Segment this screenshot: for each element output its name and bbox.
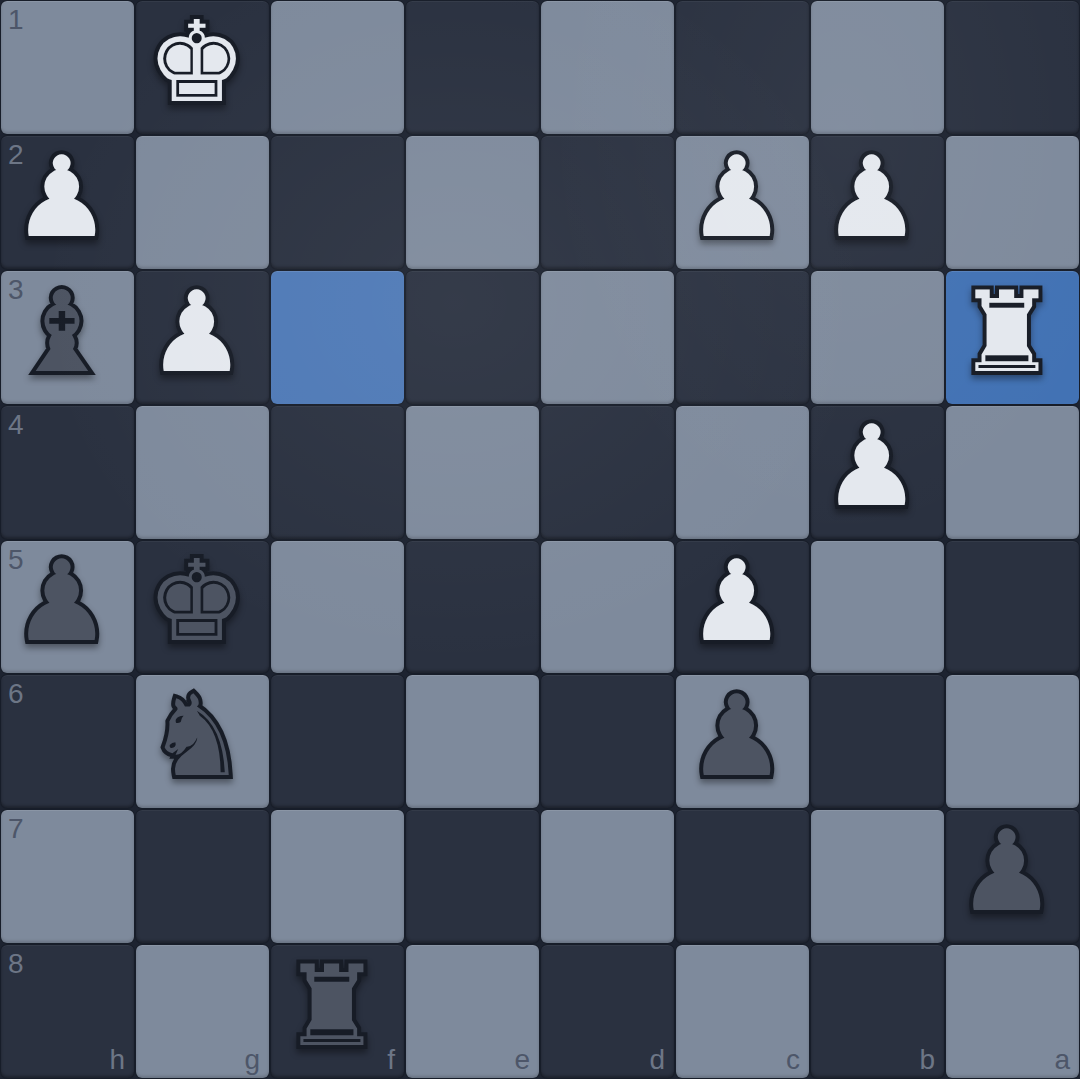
rank-label-7: 7 (8, 815, 24, 843)
square-f4[interactable] (270, 405, 405, 540)
square-h1[interactable]: 1 (0, 0, 135, 135)
square-g8[interactable]: g (135, 944, 270, 1079)
white-pawn-icon (822, 141, 934, 264)
white-pawn-icon (822, 410, 934, 533)
square-b4[interactable] (810, 405, 945, 540)
square-b2[interactable] (810, 135, 945, 270)
square-f7[interactable] (270, 809, 405, 944)
square-c7[interactable] (675, 809, 810, 944)
black-pawn-icon (957, 815, 1069, 938)
piece-white-pawn[interactable] (676, 541, 809, 674)
square-e6[interactable] (405, 674, 540, 809)
square-d7[interactable] (540, 809, 675, 944)
piece-white-pawn[interactable] (136, 271, 269, 404)
piece-black-pawn[interactable] (676, 675, 809, 808)
piece-white-pawn[interactable] (811, 406, 944, 539)
square-f3[interactable] (270, 270, 405, 405)
square-d8[interactable]: d (540, 944, 675, 1079)
square-g5[interactable] (135, 540, 270, 675)
black-pawn-icon (687, 680, 799, 803)
square-e4[interactable] (405, 405, 540, 540)
square-e8[interactable]: e (405, 944, 540, 1079)
file-label-a: a (1054, 1046, 1070, 1074)
square-b7[interactable] (810, 809, 945, 944)
white-rook-icon (957, 276, 1069, 399)
square-a2[interactable] (945, 135, 1080, 270)
rank-label-8: 8 (8, 950, 24, 978)
square-h4[interactable]: 4 (0, 405, 135, 540)
rank-label-6: 6 (8, 680, 24, 708)
black-pawn-icon (12, 545, 124, 668)
square-f1[interactable] (270, 0, 405, 135)
piece-white-pawn[interactable] (676, 136, 809, 269)
square-a5[interactable] (945, 540, 1080, 675)
square-f2[interactable] (270, 135, 405, 270)
file-label-e: e (514, 1046, 530, 1074)
square-g3[interactable] (135, 270, 270, 405)
square-d6[interactable] (540, 674, 675, 809)
piece-white-rook[interactable] (946, 271, 1079, 404)
square-c1[interactable] (675, 0, 810, 135)
square-e1[interactable] (405, 0, 540, 135)
square-c2[interactable] (675, 135, 810, 270)
square-a1[interactable] (945, 0, 1080, 135)
square-c8[interactable]: c (675, 944, 810, 1079)
square-g7[interactable] (135, 809, 270, 944)
square-d3[interactable] (540, 270, 675, 405)
piece-black-pawn[interactable] (1, 541, 134, 674)
black-bishop-icon (12, 276, 124, 399)
piece-white-pawn[interactable] (811, 136, 944, 269)
square-h6[interactable]: 6 (0, 674, 135, 809)
square-c6[interactable] (675, 674, 810, 809)
square-a7[interactable] (945, 809, 1080, 944)
piece-black-knight[interactable] (136, 675, 269, 808)
square-h3[interactable]: 3 (0, 270, 135, 405)
square-b3[interactable] (810, 270, 945, 405)
square-g6[interactable] (135, 674, 270, 809)
piece-white-king[interactable] (136, 1, 269, 134)
chess-board: 12345678hgfedcba (0, 0, 1080, 1079)
file-label-d: d (649, 1046, 665, 1074)
square-c5[interactable] (675, 540, 810, 675)
square-f5[interactable] (270, 540, 405, 675)
square-b5[interactable] (810, 540, 945, 675)
white-pawn-icon (147, 276, 259, 399)
rank-label-4: 4 (8, 411, 24, 439)
piece-black-pawn[interactable] (946, 810, 1079, 943)
square-e2[interactable] (405, 135, 540, 270)
piece-black-rook[interactable] (271, 945, 404, 1078)
square-e5[interactable] (405, 540, 540, 675)
square-b1[interactable] (810, 0, 945, 135)
white-pawn-icon (687, 141, 799, 264)
file-label-h: h (109, 1046, 125, 1074)
file-label-g: g (244, 1046, 260, 1074)
square-e3[interactable] (405, 270, 540, 405)
square-h5[interactable]: 5 (0, 540, 135, 675)
square-a4[interactable] (945, 405, 1080, 540)
piece-black-bishop[interactable] (1, 271, 134, 404)
file-label-b: b (919, 1046, 935, 1074)
piece-white-pawn[interactable] (1, 136, 134, 269)
square-g2[interactable] (135, 135, 270, 270)
white-pawn-icon (12, 141, 124, 264)
square-a3[interactable] (945, 270, 1080, 405)
square-f8[interactable]: f (270, 944, 405, 1079)
black-rook-icon (282, 950, 394, 1073)
square-d2[interactable] (540, 135, 675, 270)
square-d1[interactable] (540, 0, 675, 135)
black-knight-icon (147, 680, 259, 803)
file-label-c: c (786, 1046, 800, 1074)
white-pawn-icon (687, 545, 799, 668)
square-h8[interactable]: 8h (0, 944, 135, 1079)
rank-label-1: 1 (8, 6, 24, 34)
square-f6[interactable] (270, 674, 405, 809)
square-d5[interactable] (540, 540, 675, 675)
black-king-icon (147, 545, 259, 668)
square-g4[interactable] (135, 405, 270, 540)
square-b6[interactable] (810, 674, 945, 809)
piece-black-king[interactable] (136, 541, 269, 674)
square-c3[interactable] (675, 270, 810, 405)
white-king-icon (147, 6, 259, 129)
square-b8[interactable]: b (810, 944, 945, 1079)
square-h2[interactable]: 2 (0, 135, 135, 270)
square-g1[interactable] (135, 0, 270, 135)
square-a8[interactable]: a (945, 944, 1080, 1079)
square-a6[interactable] (945, 674, 1080, 809)
square-c4[interactable] (675, 405, 810, 540)
square-e7[interactable] (405, 809, 540, 944)
square-d4[interactable] (540, 405, 675, 540)
square-h7[interactable]: 7 (0, 809, 135, 944)
